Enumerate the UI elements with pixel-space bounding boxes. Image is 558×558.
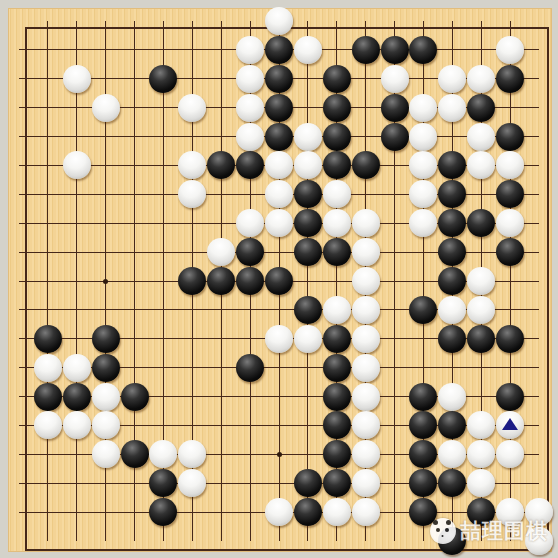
white-stone (352, 209, 380, 237)
white-stone (92, 411, 120, 439)
white-stone (323, 180, 351, 208)
black-stone (323, 123, 351, 151)
white-stone (236, 123, 264, 151)
star-point (103, 279, 108, 284)
white-stone (265, 498, 293, 526)
black-stone (409, 383, 437, 411)
black-stone (323, 383, 351, 411)
black-stone (496, 325, 524, 353)
white-stone (92, 440, 120, 468)
black-stone (294, 209, 322, 237)
white-stone (352, 411, 380, 439)
white-stone (352, 267, 380, 295)
black-stone (265, 36, 293, 64)
black-stone (236, 354, 264, 382)
black-stone (496, 123, 524, 151)
black-stone (467, 325, 495, 353)
black-stone (467, 94, 495, 122)
white-stone (352, 498, 380, 526)
black-stone (92, 325, 120, 353)
white-stone (467, 65, 495, 93)
white-stone (352, 354, 380, 382)
black-stone (92, 354, 120, 382)
white-stone (294, 325, 322, 353)
black-stone (265, 267, 293, 295)
black-stone (323, 354, 351, 382)
black-stone (323, 94, 351, 122)
black-stone (265, 94, 293, 122)
black-stone (265, 123, 293, 151)
white-stone (381, 65, 409, 93)
white-stone (467, 296, 495, 324)
white-stone (34, 354, 62, 382)
black-stone (496, 383, 524, 411)
white-stone (352, 325, 380, 353)
black-stone (438, 325, 466, 353)
black-stone (323, 440, 351, 468)
black-stone (381, 36, 409, 64)
black-stone (352, 36, 380, 64)
black-stone (294, 238, 322, 266)
black-stone (294, 498, 322, 526)
white-stone (294, 123, 322, 151)
black-stone (323, 325, 351, 353)
black-stone (63, 383, 91, 411)
star-point (277, 452, 282, 457)
white-stone (92, 94, 120, 122)
white-stone (409, 123, 437, 151)
black-stone (34, 325, 62, 353)
white-stone (323, 296, 351, 324)
white-stone (265, 7, 293, 35)
black-stone (381, 123, 409, 151)
black-stone (352, 151, 380, 179)
white-stone (236, 36, 264, 64)
white-stone (92, 383, 120, 411)
go-app-window: 喆理围棋 (0, 0, 558, 558)
last-move-triangle-marker (502, 418, 518, 430)
white-stone (178, 94, 206, 122)
white-stone (438, 65, 466, 93)
white-stone (236, 94, 264, 122)
white-stone (525, 498, 553, 526)
white-stone (352, 296, 380, 324)
white-stone (323, 498, 351, 526)
black-stone (294, 296, 322, 324)
grid-line (307, 21, 308, 541)
black-stone (236, 267, 264, 295)
white-stone (438, 383, 466, 411)
white-stone (525, 527, 553, 555)
white-stone (323, 209, 351, 237)
white-stone (63, 65, 91, 93)
white-stone (352, 440, 380, 468)
black-stone (294, 469, 322, 497)
white-stone (63, 354, 91, 382)
black-stone (323, 65, 351, 93)
black-stone (34, 383, 62, 411)
white-stone (352, 383, 380, 411)
white-stone (352, 469, 380, 497)
white-stone (236, 65, 264, 93)
white-stone (352, 238, 380, 266)
white-stone (265, 325, 293, 353)
white-stone (496, 36, 524, 64)
white-stone (294, 36, 322, 64)
white-stone (467, 123, 495, 151)
white-stone (409, 94, 437, 122)
black-stone (121, 383, 149, 411)
black-stone (323, 238, 351, 266)
black-stone (121, 440, 149, 468)
white-stone (438, 94, 466, 122)
black-stone (323, 469, 351, 497)
black-stone (496, 65, 524, 93)
black-stone (265, 65, 293, 93)
black-stone (381, 94, 409, 122)
